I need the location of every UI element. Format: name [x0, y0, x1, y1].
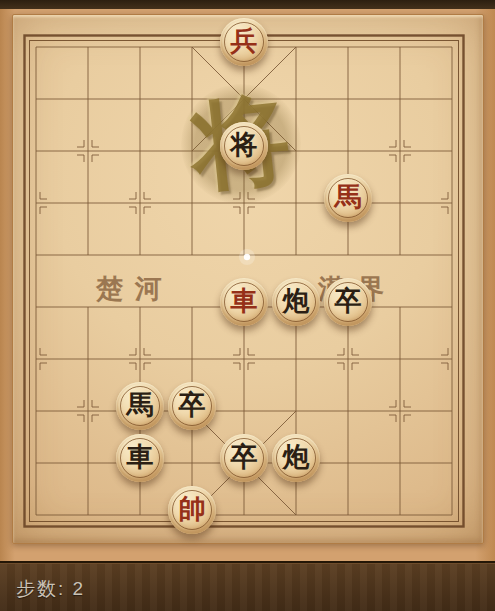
piece-black-cannon[interactable]: 炮: [272, 434, 320, 482]
piece-glyph: 帥: [179, 496, 206, 523]
screen-top-shadow: [0, 0, 495, 9]
piece-red-horse[interactable]: 馬: [324, 174, 372, 222]
piece-glyph: 卒: [179, 392, 206, 419]
status-bar: 步数: 2 咖绿茵 www.kaivin.cn: [0, 561, 495, 611]
move-counter: 步数: 2: [16, 576, 85, 602]
piece-black-cannon[interactable]: 炮: [272, 278, 320, 326]
piece-glyph: 車: [231, 288, 258, 315]
piece-glyph: 卒: [335, 288, 362, 315]
piece-glyph: 炮: [283, 444, 310, 471]
piece-black-horse[interactable]: 馬: [116, 382, 164, 430]
piece-glyph: 兵: [231, 28, 258, 55]
piece-red-soldier[interactable]: 兵: [220, 18, 268, 66]
board-points-grid[interactable]: 兵将馬車炮卒馬卒車卒炮帥: [10, 21, 478, 541]
piece-black-general[interactable]: 将: [220, 122, 268, 170]
piece-glyph: 馬: [127, 392, 154, 419]
piece-red-general[interactable]: 帥: [168, 486, 216, 534]
piece-black-soldier[interactable]: 卒: [168, 382, 216, 430]
piece-glyph: 卒: [231, 444, 258, 471]
piece-black-soldier[interactable]: 卒: [220, 434, 268, 482]
piece-glyph: 将: [231, 132, 258, 159]
piece-red-chariot[interactable]: 車: [220, 278, 268, 326]
piece-glyph: 馬: [335, 184, 362, 211]
piece-black-soldier[interactable]: 卒: [324, 278, 372, 326]
xiangqi-board: 楚河 漢界 将 兵将馬車炮卒馬卒車卒炮帥: [12, 14, 484, 544]
piece-glyph: 炮: [283, 288, 310, 315]
piece-black-chariot[interactable]: 車: [116, 434, 164, 482]
piece-glyph: 車: [127, 444, 154, 471]
